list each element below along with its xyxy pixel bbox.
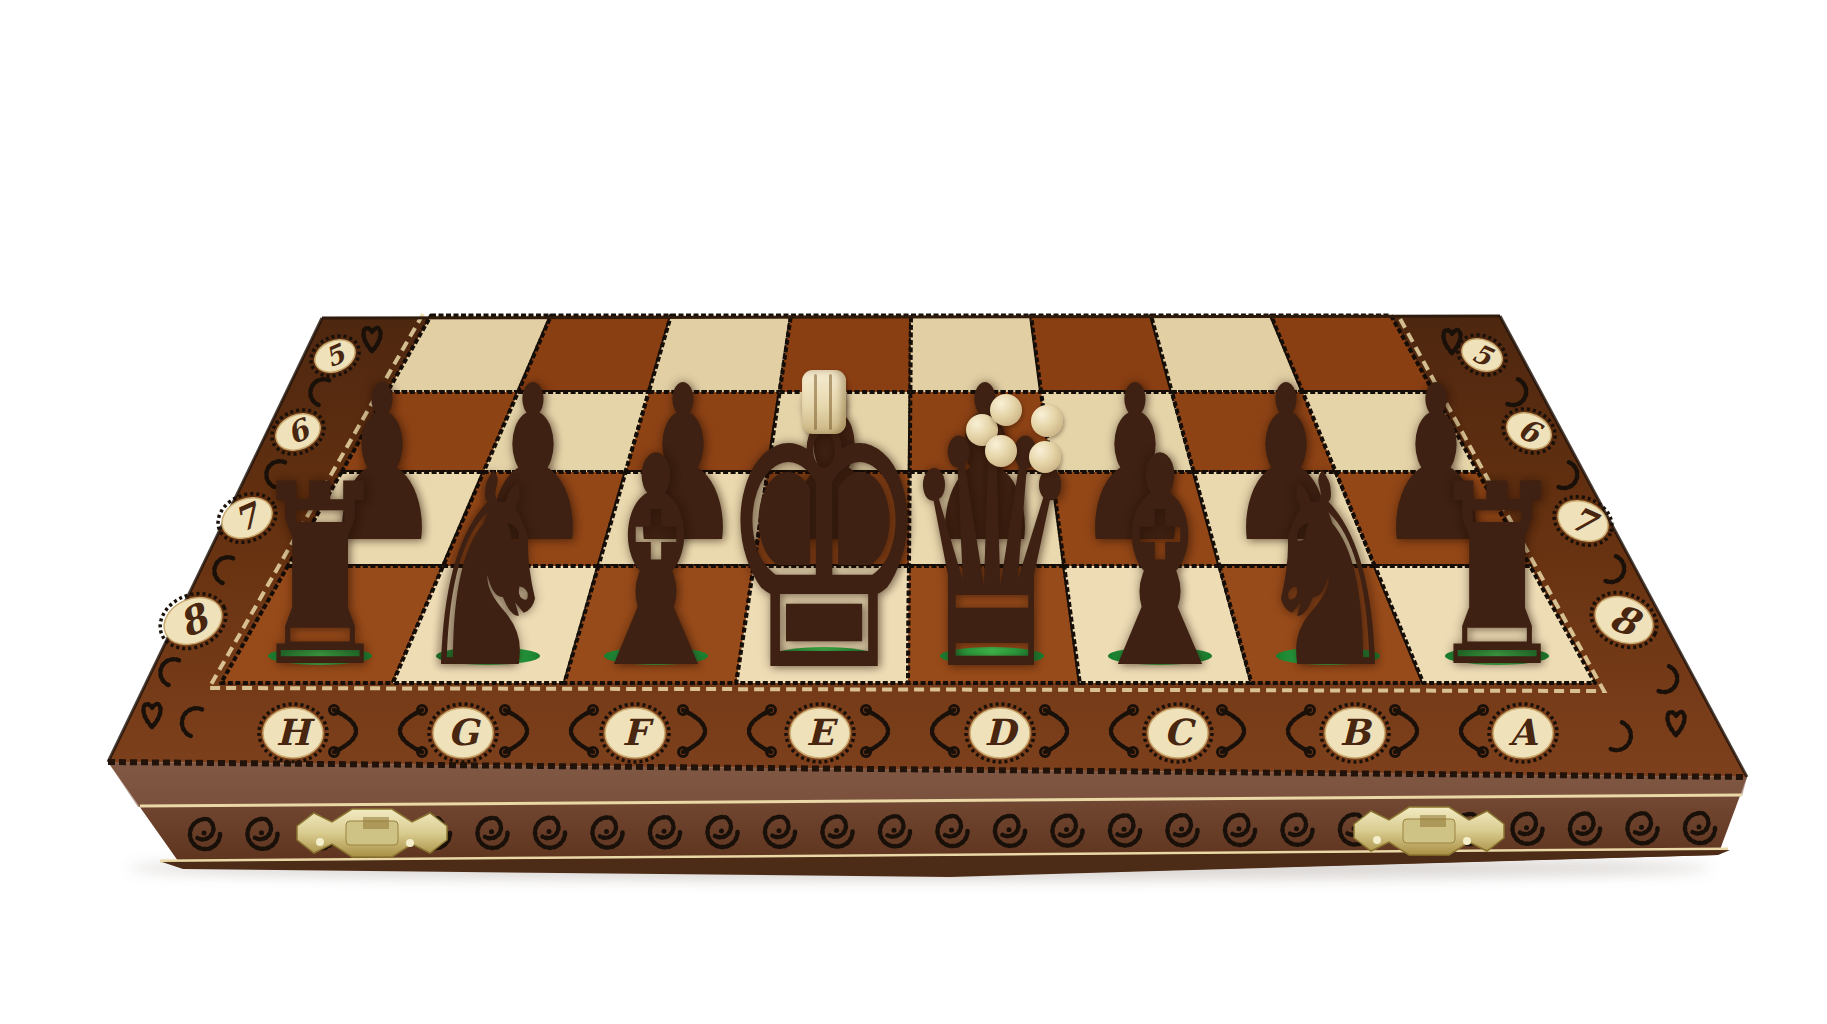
file-label-h-text: H [276, 711, 315, 753]
front-spiral-dot [604, 829, 609, 834]
file-label-a-text: A [1508, 711, 1538, 753]
square-d6[interactable] [910, 392, 1052, 472]
front-spiral-dot [489, 829, 494, 834]
front-spiral-dot [1582, 825, 1587, 830]
square-e6[interactable] [768, 392, 911, 472]
square-f8[interactable] [565, 566, 754, 683]
square-d5[interactable] [910, 316, 1041, 393]
square-c5[interactable] [1031, 316, 1172, 393]
front-spiral-dot [777, 828, 782, 833]
square-e5[interactable] [780, 316, 911, 393]
square-c6[interactable] [1041, 392, 1194, 472]
file-label-g-text: G [448, 711, 482, 753]
front-spiral-dot [1179, 827, 1184, 832]
front-spiral-dot [949, 828, 954, 833]
brass-latch-right [1354, 807, 1504, 855]
file-label-d-text: D [984, 711, 1019, 753]
front-spiral-dot [1064, 827, 1069, 832]
brass-latch-left [297, 809, 447, 857]
square-e7[interactable] [754, 472, 910, 566]
front-spiral-dot [1122, 827, 1127, 832]
square-d7[interactable] [909, 472, 1064, 566]
square-d8[interactable] [908, 566, 1080, 683]
front-spiral-dot [259, 830, 264, 835]
front-spiral-dot [1007, 827, 1012, 832]
square-f6[interactable] [626, 392, 780, 472]
front-spiral-dot [202, 831, 207, 836]
front-spiral-dot [1524, 825, 1529, 830]
front-spiral-dot [892, 828, 897, 833]
front-spiral-dot [1294, 826, 1299, 831]
file-label-e-text: E [806, 711, 838, 753]
front-spiral-dot [719, 828, 724, 833]
front-spiral-dot [1697, 825, 1702, 830]
front-spiral-dot [1237, 826, 1242, 831]
square-f7[interactable] [598, 472, 767, 566]
front-spiral-dot [547, 829, 552, 834]
file-label-c-text: C [1164, 711, 1197, 753]
fold-seam [322, 316, 1500, 318]
front-spiral-dot [662, 829, 667, 834]
square-e8[interactable] [736, 566, 909, 683]
front-spiral-dot [834, 828, 839, 833]
file-label-b-text: B [1340, 711, 1373, 753]
square-f5[interactable] [649, 316, 791, 393]
chess-box: HGFEDCBA56785678 [0, 0, 1827, 1024]
square-c7[interactable] [1052, 472, 1220, 566]
front-spiral-dot [1639, 825, 1644, 830]
photo-canvas: HGFEDCBA56785678 ♟♟♟♟♟♟♟♟♜♞♝♛♚♝♞♜ [0, 0, 1827, 1024]
